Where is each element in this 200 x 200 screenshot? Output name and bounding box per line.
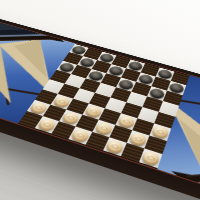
playing-surface: ⛂⛂⛂⛂⛂⛂⛂⛂⛂⛂⛂⛂⛀⛀⛀⛀⛀⛀⛀⛀⛀⛀⛀⛀: [0, 22, 200, 200]
photo-backdrop: ⛂⛂⛂⛂⛂⛂⛂⛂⛂⛂⛂⛂⛀⛀⛀⛀⛀⛀⛀⛀⛀⛀⛀⛀: [0, 0, 200, 200]
game-case: ⛂⛂⛂⛂⛂⛂⛂⛂⛂⛂⛂⛂⛀⛀⛀⛀⛀⛀⛀⛀⛀⛀⛀⛀: [0, 17, 200, 200]
